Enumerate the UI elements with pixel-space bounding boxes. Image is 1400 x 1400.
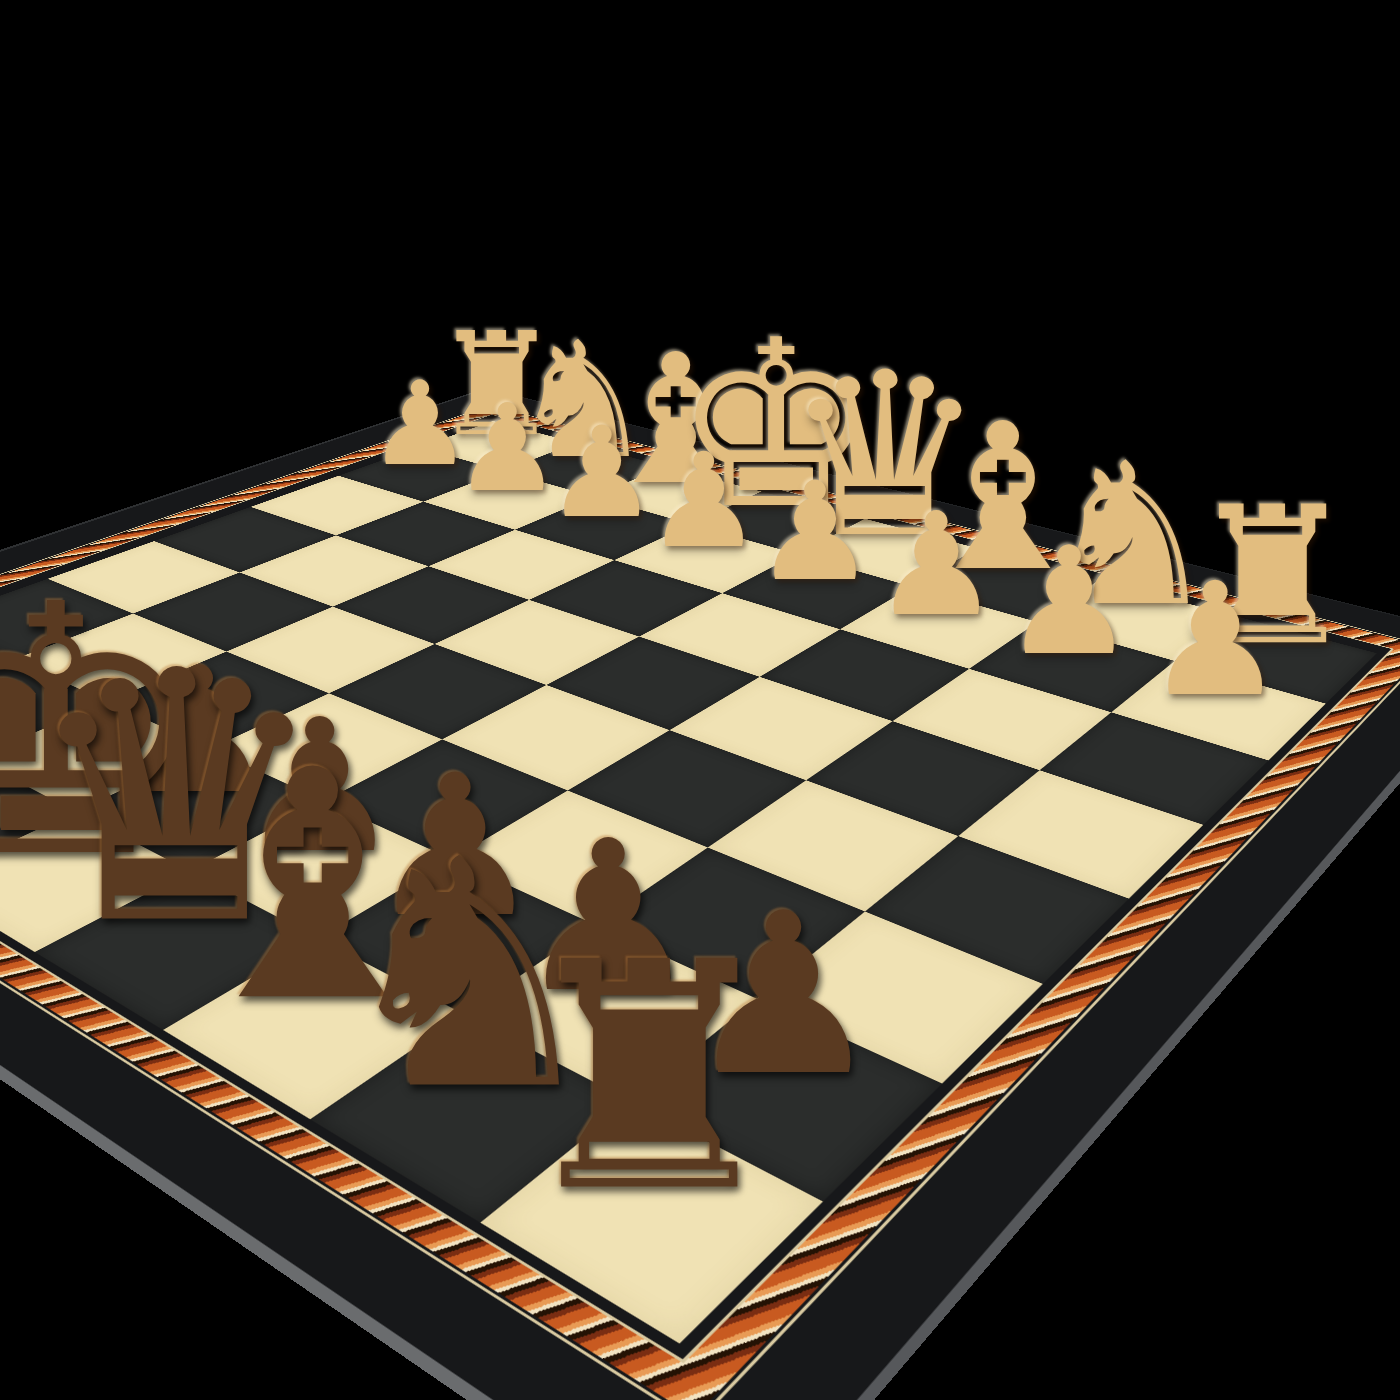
piece-white-pawn-f2[interactable]: ♟ — [546, 411, 658, 536]
piece-white-pawn-d2[interactable]: ♟ — [754, 464, 876, 600]
piece-white-pawn-b2[interactable]: ♟ — [1002, 527, 1136, 676]
chess-photo-stage: ♜♞♝♛♚♝♞♜♟♟♟♟♟♟♟♟♜♞♝♛♚♟♟♟♟♟ — [0, 0, 1400, 1400]
piece-white-pawn-c2[interactable]: ♟ — [872, 494, 1000, 636]
piece-white-pawn-e2[interactable]: ♟ — [646, 437, 763, 568]
piece-white-pawn-a2[interactable]: ♟ — [1145, 563, 1285, 720]
piece-black-rook-a8[interactable]: ♜ — [509, 921, 790, 1234]
